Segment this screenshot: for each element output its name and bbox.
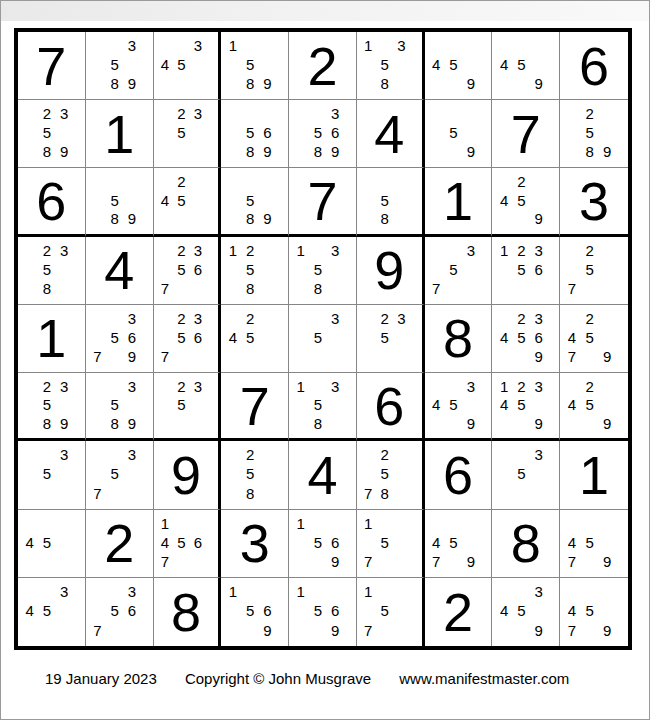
pencil-marks: 589 (86, 168, 153, 233)
pencil-mark-5: 5 (513, 328, 530, 347)
cell-r1c5[interactable]: 2 (289, 32, 357, 100)
solved-digit: 1 (18, 305, 85, 372)
pencil-mark-5: 5 (376, 533, 393, 552)
cell-r7c4[interactable]: 258 (221, 441, 289, 509)
cell-r7c1[interactable]: 35 (18, 441, 86, 509)
cell-r2c2[interactable]: 1 (86, 100, 154, 168)
cell-r9c4[interactable]: 1569 (221, 578, 289, 646)
pencil-mark-4: 4 (495, 55, 512, 74)
pencil-mark-4: 4 (157, 55, 174, 74)
solved-digit: 7 (289, 168, 356, 233)
pencil-mark-9: 9 (530, 209, 547, 227)
cell-r1c8[interactable]: 459 (492, 32, 560, 100)
pencil-mark-1: 1 (224, 241, 241, 260)
pencil-marks: 23589 (18, 373, 85, 438)
pencil-mark-2: 2 (173, 172, 190, 190)
pencil-mark-1: 1 (224, 582, 241, 601)
pencil-marks: 5689 (221, 100, 288, 167)
pencil-marks: 3589 (86, 32, 153, 99)
pencil-mark-4: 4 (563, 396, 581, 414)
pencil-marks: 3567 (86, 578, 153, 646)
solved-digit: 9 (357, 237, 422, 304)
pencil-mark-3: 3 (530, 582, 547, 601)
pencil-mark-5: 5 (173, 260, 190, 279)
cell-r9c9[interactable]: 4579 (560, 578, 628, 646)
pencil-marks: 3459 (425, 373, 492, 438)
pencil-mark-5: 5 (513, 55, 530, 74)
cell-r6c6[interactable]: 6 (357, 373, 425, 441)
pencil-mark-5: 5 (242, 328, 259, 347)
cell-r8c7[interactable]: 4579 (425, 510, 493, 578)
cell-r1c1[interactable]: 7 (18, 32, 86, 100)
pencil-mark-3: 3 (530, 445, 547, 464)
pencil-mark-9: 9 (530, 621, 547, 640)
pencil-mark-2: 2 (173, 104, 190, 123)
cell-r2c4[interactable]: 5689 (221, 100, 289, 168)
pencil-mark-3: 3 (530, 309, 547, 328)
pencil-mark-5: 5 (309, 533, 326, 552)
cell-r7c3[interactable]: 9 (154, 441, 222, 509)
pencil-mark-1: 1 (157, 514, 174, 533)
solved-digit: 7 (221, 373, 288, 438)
cell-r4c9[interactable]: 257 (560, 237, 628, 305)
pencil-mark-5: 5 (38, 464, 55, 483)
pencil-mark-4: 4 (21, 601, 38, 620)
pencil-mark-2: 2 (581, 309, 599, 328)
pencil-marks: 35679 (86, 305, 153, 372)
cell-r7c6[interactable]: 2578 (357, 441, 425, 509)
pencil-mark-5: 5 (106, 55, 123, 74)
pencil-mark-2: 2 (242, 241, 259, 260)
cell-r3c8[interactable]: 2459 (492, 168, 560, 236)
cell-r4c4[interactable]: 1258 (221, 237, 289, 305)
pencil-mark-5: 5 (445, 396, 462, 414)
cell-r4c7[interactable]: 357 (425, 237, 493, 305)
pencil-mark-3: 3 (123, 36, 140, 55)
pencil-marks: 1358 (289, 373, 356, 438)
pencil-mark-9: 9 (259, 621, 276, 640)
cell-r2c1[interactable]: 23589 (18, 100, 86, 168)
pencil-mark-5: 5 (513, 191, 530, 209)
pencil-mark-3: 3 (327, 377, 344, 395)
cell-r9c1[interactable]: 345 (18, 578, 86, 646)
pencil-mark-4: 4 (428, 396, 445, 414)
cell-r3c4[interactable]: 589 (221, 168, 289, 236)
pencil-mark-5: 5 (173, 328, 190, 347)
pencil-mark-7: 7 (89, 621, 106, 640)
pencil-marks: 3459 (492, 578, 559, 646)
pencil-marks: 589 (221, 168, 288, 233)
pencil-mark-8: 8 (242, 279, 259, 298)
pencil-mark-7: 7 (157, 279, 174, 298)
pencil-marks: 59 (425, 100, 492, 167)
cell-r9c5[interactable]: 1569 (289, 578, 357, 646)
pencil-mark-4: 4 (157, 533, 174, 552)
pencil-mark-7: 7 (563, 279, 581, 298)
pencil-mark-2: 2 (38, 377, 55, 395)
top-gradient-band (1, 1, 649, 21)
cell-r8c5[interactable]: 1569 (289, 510, 357, 578)
pencil-mark-6: 6 (327, 601, 344, 620)
cell-r4c6[interactable]: 9 (357, 237, 425, 305)
pencil-mark-9: 9 (530, 347, 547, 366)
cell-r1c4[interactable]: 1589 (221, 32, 289, 100)
pencil-mark-5: 5 (242, 260, 259, 279)
pencil-mark-5: 5 (376, 601, 393, 620)
pencil-mark-8: 8 (242, 142, 259, 161)
pencil-mark-9: 9 (123, 347, 140, 366)
pencil-mark-7: 7 (563, 347, 581, 366)
pencil-marks: 4579 (560, 578, 628, 646)
pencil-mark-4: 4 (21, 533, 38, 552)
pencil-mark-6: 6 (530, 260, 547, 279)
pencil-marks: 2358 (18, 237, 85, 304)
pencil-mark-3: 3 (56, 241, 73, 260)
cell-r3c3[interactable]: 245 (154, 168, 222, 236)
cell-r6c3[interactable]: 235 (154, 373, 222, 441)
pencil-mark-8: 8 (242, 74, 259, 93)
pencil-mark-8: 8 (242, 209, 259, 227)
cell-r6c7[interactable]: 3459 (425, 373, 493, 441)
cell-r9c8[interactable]: 3459 (492, 578, 560, 646)
pencil-marks: 357 (86, 441, 153, 508)
pencil-marks: 1569 (289, 578, 356, 646)
solved-digit: 2 (86, 510, 153, 577)
pencil-mark-6: 6 (123, 328, 140, 347)
pencil-mark-5: 5 (242, 55, 259, 74)
cell-r3c6[interactable]: 58 (357, 168, 425, 236)
pencil-mark-3: 3 (190, 377, 207, 395)
pencil-mark-1: 1 (360, 36, 377, 55)
pencil-marks: 23589 (18, 100, 85, 167)
pencil-marks: 2459 (492, 168, 559, 233)
cell-r5c9[interactable]: 24579 (560, 305, 628, 373)
pencil-mark-3: 3 (393, 309, 410, 328)
cell-r2c3[interactable]: 235 (154, 100, 222, 168)
cell-r6c5[interactable]: 1358 (289, 373, 357, 441)
cell-r4c5[interactable]: 1358 (289, 237, 357, 305)
pencil-mark-9: 9 (598, 142, 616, 161)
cell-r9c7[interactable]: 2 (425, 578, 493, 646)
cell-r7c2[interactable]: 357 (86, 441, 154, 509)
pencil-mark-6: 6 (190, 533, 207, 552)
cell-r8c3[interactable]: 14567 (154, 510, 222, 578)
cell-r2c5[interactable]: 35689 (289, 100, 357, 168)
pencil-marks: 245 (154, 168, 219, 233)
pencil-mark-5: 5 (376, 191, 393, 209)
pencil-mark-5: 5 (581, 396, 599, 414)
pencil-marks: 245 (221, 305, 288, 372)
pencil-mark-1: 1 (360, 582, 377, 601)
cell-r2c9[interactable]: 2589 (560, 100, 628, 168)
cell-r1c6[interactable]: 1358 (357, 32, 425, 100)
pencil-mark-3: 3 (190, 309, 207, 328)
pencil-mark-9: 9 (598, 621, 616, 640)
pencil-mark-8: 8 (242, 483, 259, 502)
pencil-mark-4: 4 (495, 328, 512, 347)
pencil-mark-3: 3 (462, 377, 479, 395)
pencil-mark-5: 5 (581, 533, 599, 552)
pencil-mark-4: 4 (563, 328, 581, 347)
cell-r1c3[interactable]: 345 (154, 32, 222, 100)
pencil-mark-5: 5 (581, 328, 599, 347)
pencil-mark-7: 7 (360, 483, 377, 502)
cell-r1c9[interactable]: 6 (560, 32, 628, 100)
pencil-mark-5: 5 (513, 464, 530, 483)
pencil-mark-3: 3 (56, 377, 73, 395)
pencil-mark-3: 3 (123, 377, 140, 395)
solved-digit: 2 (425, 578, 492, 646)
cell-r3c5[interactable]: 7 (289, 168, 357, 236)
pencil-mark-5: 5 (38, 260, 55, 279)
cell-r8c2[interactable]: 2 (86, 510, 154, 578)
pencil-mark-3: 3 (327, 309, 344, 328)
cell-r7c7[interactable]: 6 (425, 441, 493, 509)
solved-digit: 7 (18, 32, 85, 99)
solved-digit: 4 (357, 100, 422, 167)
pencil-mark-2: 2 (581, 104, 599, 123)
pencil-marks: 345 (154, 32, 219, 99)
cell-r9c3[interactable]: 8 (154, 578, 222, 646)
pencil-marks: 2578 (357, 441, 422, 508)
cell-r8c6[interactable]: 157 (357, 510, 425, 578)
pencil-mark-5: 5 (309, 260, 326, 279)
pencil-mark-2: 2 (173, 241, 190, 260)
cell-r4c8[interactable]: 12356 (492, 237, 560, 305)
pencil-mark-9: 9 (598, 414, 616, 432)
pencil-mark-9: 9 (530, 74, 547, 93)
pencil-mark-5: 5 (106, 601, 123, 620)
pencil-mark-5: 5 (309, 601, 326, 620)
pencil-mark-7: 7 (157, 552, 174, 571)
cell-r9c6[interactable]: 157 (357, 578, 425, 646)
pencil-mark-3: 3 (56, 104, 73, 123)
pencil-mark-4: 4 (563, 601, 581, 620)
pencil-mark-5: 5 (309, 328, 326, 347)
cell-r4c3[interactable]: 23567 (154, 237, 222, 305)
pencil-mark-6: 6 (123, 601, 140, 620)
solved-digit: 3 (221, 510, 288, 577)
pencil-mark-5: 5 (38, 123, 55, 142)
solved-digit: 9 (154, 441, 219, 508)
cell-r8c9[interactable]: 4579 (560, 510, 628, 578)
pencil-mark-2: 2 (581, 377, 599, 395)
pencil-mark-2: 2 (38, 241, 55, 260)
cell-r6c9[interactable]: 2459 (560, 373, 628, 441)
pencil-mark-9: 9 (530, 414, 547, 432)
cell-r8c1[interactable]: 45 (18, 510, 86, 578)
pencil-marks: 45 (18, 510, 85, 577)
pencil-mark-9: 9 (56, 414, 73, 432)
pencil-mark-1: 1 (292, 377, 309, 395)
pencil-mark-5: 5 (376, 55, 393, 74)
pencil-mark-9: 9 (327, 142, 344, 161)
pencil-mark-3: 3 (530, 241, 547, 260)
pencil-marks: 234569 (492, 305, 559, 372)
cell-r5c4[interactable]: 245 (221, 305, 289, 373)
pencil-mark-5: 5 (242, 123, 259, 142)
pencil-mark-5: 5 (513, 396, 530, 414)
pencil-mark-5: 5 (445, 260, 462, 279)
pencil-mark-4: 4 (157, 191, 174, 209)
pencil-mark-5: 5 (581, 601, 599, 620)
pencil-mark-8: 8 (38, 279, 55, 298)
pencil-mark-9: 9 (462, 142, 479, 161)
pencil-mark-5: 5 (445, 55, 462, 74)
cell-r7c9[interactable]: 1 (560, 441, 628, 509)
pencil-mark-8: 8 (309, 142, 326, 161)
pencil-marks: 459 (492, 32, 559, 99)
pencil-mark-2: 2 (38, 104, 55, 123)
cell-r6c8[interactable]: 123459 (492, 373, 560, 441)
pencil-mark-2: 2 (581, 241, 599, 260)
pencil-mark-1: 1 (495, 241, 512, 260)
pencil-marks: 1569 (289, 510, 356, 577)
pencil-mark-4: 4 (495, 191, 512, 209)
cell-r2c8[interactable]: 7 (492, 100, 560, 168)
footer-date: 19 January 2023 (45, 670, 157, 687)
pencil-mark-9: 9 (462, 414, 479, 432)
pencil-mark-9: 9 (259, 74, 276, 93)
pencil-mark-3: 3 (123, 582, 140, 601)
cell-r5c8[interactable]: 234569 (492, 305, 560, 373)
pencil-marks: 1358 (289, 237, 356, 304)
pencil-mark-9: 9 (123, 414, 140, 432)
pencil-marks: 35689 (289, 100, 356, 167)
pencil-marks: 12356 (492, 237, 559, 304)
pencil-mark-1: 1 (495, 377, 512, 395)
cell-r3c2[interactable]: 589 (86, 168, 154, 236)
pencil-mark-5: 5 (38, 601, 55, 620)
cell-r6c2[interactable]: 3589 (86, 373, 154, 441)
solved-digit: 6 (560, 32, 628, 99)
cell-r3c7[interactable]: 1 (425, 168, 493, 236)
pencil-mark-6: 6 (190, 328, 207, 347)
pencil-mark-2: 2 (173, 309, 190, 328)
cell-r5c1[interactable]: 1 (18, 305, 86, 373)
pencil-mark-6: 6 (327, 123, 344, 142)
pencil-mark-5: 5 (581, 123, 599, 142)
pencil-marks: 24579 (560, 305, 628, 372)
cell-r7c8[interactable]: 35 (492, 441, 560, 509)
pencil-mark-9: 9 (259, 209, 276, 227)
pencil-mark-5: 5 (581, 260, 599, 279)
cell-r4c2[interactable]: 4 (86, 237, 154, 305)
pencil-mark-2: 2 (173, 377, 190, 395)
cell-r8c4[interactable]: 3 (221, 510, 289, 578)
pencil-mark-7: 7 (89, 347, 106, 366)
pencil-mark-8: 8 (106, 209, 123, 227)
pencil-mark-5: 5 (445, 533, 462, 552)
pencil-mark-7: 7 (428, 279, 445, 298)
pencil-marks: 1358 (357, 32, 422, 99)
pencil-mark-8: 8 (376, 209, 393, 227)
pencil-mark-9: 9 (327, 621, 344, 640)
cell-r3c1[interactable]: 6 (18, 168, 86, 236)
pencil-mark-3: 3 (190, 36, 207, 55)
pencil-mark-2: 2 (513, 309, 530, 328)
pencil-mark-3: 3 (56, 445, 73, 464)
cell-r9c2[interactable]: 3567 (86, 578, 154, 646)
pencil-marks: 235 (154, 100, 219, 167)
pencil-mark-9: 9 (598, 552, 616, 571)
cell-r3c9[interactable]: 3 (560, 168, 628, 236)
pencil-mark-8: 8 (106, 414, 123, 432)
solved-digit: 8 (492, 510, 559, 577)
pencil-marks: 345 (18, 578, 85, 646)
pencil-mark-3: 3 (123, 445, 140, 464)
solved-digit: 1 (560, 441, 628, 508)
pencil-mark-2: 2 (513, 377, 530, 395)
pencil-marks: 14567 (154, 510, 219, 577)
pencil-mark-5: 5 (309, 396, 326, 414)
cell-r2c7[interactable]: 59 (425, 100, 493, 168)
pencil-marks: 123459 (492, 373, 559, 438)
pencil-mark-8: 8 (309, 279, 326, 298)
pencil-mark-8: 8 (376, 74, 393, 93)
pencil-mark-9: 9 (598, 347, 616, 366)
cell-r2c6[interactable]: 4 (357, 100, 425, 168)
pencil-mark-6: 6 (190, 260, 207, 279)
cell-r8c8[interactable]: 8 (492, 510, 560, 578)
pencil-mark-2: 2 (376, 445, 393, 464)
pencil-marks: 235 (357, 305, 422, 372)
cell-r1c7[interactable]: 459 (425, 32, 493, 100)
pencil-mark-5: 5 (242, 601, 259, 620)
pencil-mark-9: 9 (259, 142, 276, 161)
cell-r7c5[interactable]: 4 (289, 441, 357, 509)
pencil-mark-9: 9 (462, 552, 479, 571)
pencil-marks: 23567 (154, 305, 219, 372)
pencil-marks: 1569 (221, 578, 288, 646)
cell-r6c4[interactable]: 7 (221, 373, 289, 441)
pencil-marks: 3589 (86, 373, 153, 438)
pencil-mark-7: 7 (563, 621, 581, 640)
pencil-mark-8: 8 (309, 414, 326, 432)
cell-r5c6[interactable]: 235 (357, 305, 425, 373)
pencil-marks: 459 (425, 32, 492, 99)
pencil-mark-1: 1 (224, 36, 241, 55)
cell-r5c5[interactable]: 35 (289, 305, 357, 373)
pencil-mark-7: 7 (563, 552, 581, 571)
solved-digit: 1 (86, 100, 153, 167)
pencil-mark-7: 7 (157, 347, 174, 366)
pencil-mark-5: 5 (445, 123, 462, 142)
pencil-marks: 258 (221, 441, 288, 508)
footer-copyright: Copyright © John Musgrave (185, 670, 371, 687)
cell-r6c1[interactable]: 23589 (18, 373, 86, 441)
pencil-mark-8: 8 (581, 142, 599, 161)
pencil-mark-2: 2 (242, 309, 259, 328)
cell-r1c2[interactable]: 3589 (86, 32, 154, 100)
footer: 19 January 2023 Copyright © John Musgrav… (45, 670, 569, 687)
solved-digit: 4 (86, 237, 153, 304)
pencil-mark-5: 5 (173, 123, 190, 142)
cell-r4c1[interactable]: 2358 (18, 237, 86, 305)
cell-r5c2[interactable]: 35679 (86, 305, 154, 373)
cell-r5c3[interactable]: 23567 (154, 305, 222, 373)
pencil-mark-3: 3 (327, 104, 344, 123)
pencil-mark-4: 4 (428, 533, 445, 552)
solved-digit: 6 (357, 373, 422, 438)
cell-r5c7[interactable]: 8 (425, 305, 493, 373)
solved-digit: 2 (289, 32, 356, 99)
pencil-marks: 35 (492, 441, 559, 508)
pencil-mark-5: 5 (173, 55, 190, 74)
footer-website: www.manifestmaster.com (399, 670, 569, 687)
pencil-mark-8: 8 (106, 74, 123, 93)
pencil-mark-7: 7 (428, 552, 445, 571)
